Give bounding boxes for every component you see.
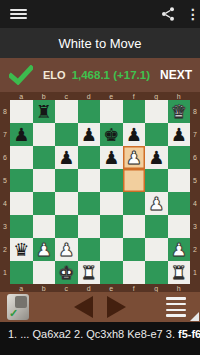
black-pawn-e6: ♟ <box>103 146 119 169</box>
black-queen-a2: ♛ <box>13 238 29 261</box>
square-e7[interactable]: ♚ <box>100 123 123 146</box>
square-b3[interactable] <box>33 215 56 238</box>
square-g7[interactable] <box>145 123 168 146</box>
title-bar: White to Move <box>0 28 200 58</box>
square-f3[interactable] <box>123 215 146 238</box>
square-a5[interactable] <box>10 169 33 192</box>
white-king-c1: ♚ <box>58 261 74 284</box>
white-pawn-f6: ♟ <box>126 146 142 169</box>
rank-label-3: 3 <box>0 215 10 238</box>
white-pawn-h2: ♟ <box>171 238 187 261</box>
square-b1[interactable] <box>33 261 56 284</box>
elo-rating: 1,468.1 (+17.1) <box>72 69 150 81</box>
square-g1[interactable] <box>145 261 168 284</box>
white-rook-h1: ♜ <box>171 261 187 284</box>
square-c1[interactable]: ♚ <box>55 261 78 284</box>
black-pawn-c6: ♟ <box>58 146 74 169</box>
square-a7[interactable]: ♟ <box>10 123 33 146</box>
square-g2[interactable] <box>145 238 168 261</box>
square-f2[interactable] <box>123 238 146 261</box>
square-g8[interactable] <box>145 100 168 123</box>
square-c8[interactable] <box>55 100 78 123</box>
black-pawn-f7: ♟ <box>126 123 142 146</box>
chess-board[interactable]: ♜♛♟♟♚♟♟♟♟♟♟♟♛♟♟♟♚♜♜ <box>10 100 190 284</box>
square-e5[interactable] <box>100 169 123 192</box>
rank-label-7: 7 <box>0 123 10 146</box>
rank-label-2: 2 <box>0 238 10 261</box>
next-move-button[interactable] <box>107 296 126 318</box>
rank-label-6: 6 <box>0 146 10 169</box>
elo-label: ELO <box>43 69 66 81</box>
square-b2[interactable]: ♟ <box>33 238 56 261</box>
rank-label-4: 4 <box>190 192 200 215</box>
square-f4[interactable] <box>123 192 146 215</box>
square-a1[interactable] <box>10 261 33 284</box>
square-e6[interactable]: ♟ <box>100 146 123 169</box>
square-h1[interactable]: ♜ <box>168 261 191 284</box>
square-c7[interactable] <box>55 123 78 146</box>
rank-label-8: 8 <box>0 100 10 123</box>
white-queen-h8: ♛ <box>171 100 187 123</box>
square-c4[interactable] <box>55 192 78 215</box>
square-f1[interactable] <box>123 261 146 284</box>
white-pawn-c2: ♟ <box>58 238 74 261</box>
square-h2[interactable]: ♟ <box>168 238 191 261</box>
square-g6[interactable]: ♟ <box>145 146 168 169</box>
square-a6[interactable] <box>10 146 33 169</box>
move-list-icon[interactable] <box>166 297 186 317</box>
square-d6[interactable] <box>78 146 101 169</box>
square-g3[interactable] <box>145 215 168 238</box>
square-g5[interactable] <box>145 169 168 192</box>
app-screen: ⋮ White to Move ELO 1,468.1 (+17.1) NEXT… <box>0 0 200 355</box>
square-h4[interactable] <box>168 192 191 215</box>
rank-label-3: 3 <box>190 215 200 238</box>
square-b6[interactable] <box>33 146 56 169</box>
move-list: 1. ... Qa6xa2 2. Qc3xh8 Ke8-e7 3. f5-f6 <box>8 328 200 340</box>
square-e1[interactable] <box>100 261 123 284</box>
rank-label-7: 7 <box>190 123 200 146</box>
square-b5[interactable] <box>33 169 56 192</box>
previous-move-button[interactable] <box>74 296 93 318</box>
rank-label-1: 1 <box>190 261 200 284</box>
rank-label-2: 2 <box>190 238 200 261</box>
rank-label-5: 5 <box>190 169 200 192</box>
square-h5[interactable] <box>168 169 191 192</box>
square-e4[interactable] <box>100 192 123 215</box>
board-frame: abcdefgh abcdefgh 87654321 87654321 ♜♛♟♟… <box>0 92 200 292</box>
app-bar: ⋮ <box>0 0 200 28</box>
square-a2[interactable]: ♛ <box>10 238 33 261</box>
solved-checkmark-icon <box>9 65 33 85</box>
square-a8[interactable] <box>10 100 33 123</box>
square-f6[interactable]: ♟ <box>123 146 146 169</box>
black-rook-b8: ♜ <box>36 100 52 123</box>
white-pawn-g4: ♟ <box>148 192 164 215</box>
white-rook-d1: ♜ <box>81 261 97 284</box>
square-h6[interactable] <box>168 146 191 169</box>
rank-label-8: 8 <box>190 100 200 123</box>
black-pawn-a7: ♟ <box>13 123 29 146</box>
square-d8[interactable] <box>78 100 101 123</box>
square-h7[interactable]: ♟ <box>168 123 191 146</box>
move-list-panel: 1. ... Qa6xa2 2. Qc3xh8 Ke8-e7 3. f5-f6 <box>0 322 200 355</box>
square-d3[interactable] <box>78 215 101 238</box>
black-pawn-d7: ♟ <box>81 123 97 146</box>
square-c5[interactable] <box>55 169 78 192</box>
control-bar: ✓ <box>0 292 200 322</box>
square-d4[interactable] <box>78 192 101 215</box>
square-h3[interactable] <box>168 215 191 238</box>
kebab-menu-icon[interactable]: ⋮ <box>186 8 194 20</box>
square-c3[interactable] <box>55 215 78 238</box>
square-d7[interactable]: ♟ <box>78 123 101 146</box>
square-d5[interactable] <box>78 169 101 192</box>
rank-label-5: 5 <box>0 169 10 192</box>
last-move: f5-f6 <box>178 328 200 340</box>
status-bar: ELO 1,468.1 (+17.1) NEXT <box>0 58 200 92</box>
square-a4[interactable] <box>10 192 33 215</box>
square-c6[interactable]: ♟ <box>55 146 78 169</box>
square-e8[interactable] <box>100 100 123 123</box>
black-pawn-h7: ♟ <box>171 123 187 146</box>
page-title: White to Move <box>58 36 141 51</box>
share-icon[interactable] <box>160 6 176 22</box>
square-a3[interactable] <box>10 215 33 238</box>
square-f7[interactable]: ♟ <box>123 123 146 146</box>
next-button[interactable]: NEXT <box>160 68 192 82</box>
square-d2[interactable] <box>78 238 101 261</box>
rank-label-4: 4 <box>0 192 10 215</box>
white-pawn-b2: ♟ <box>36 238 52 261</box>
square-e2[interactable] <box>100 238 123 261</box>
square-d1[interactable]: ♜ <box>78 261 101 284</box>
square-e3[interactable] <box>100 215 123 238</box>
square-c2[interactable]: ♟ <box>55 238 78 261</box>
square-b4[interactable] <box>33 192 56 215</box>
square-f5[interactable] <box>123 169 146 192</box>
square-f8[interactable] <box>123 100 146 123</box>
square-g4[interactable]: ♟ <box>145 192 168 215</box>
expand-handle-icon[interactable] <box>190 312 199 321</box>
square-b7[interactable] <box>33 123 56 146</box>
rank-label-6: 6 <box>190 146 200 169</box>
black-king-e7: ♚ <box>103 123 119 146</box>
black-pawn-g6: ♟ <box>148 146 164 169</box>
square-b8[interactable]: ♜ <box>33 100 56 123</box>
square-h8[interactable]: ♛ <box>168 100 191 123</box>
hamburger-menu-icon[interactable] <box>10 9 27 20</box>
rank-label-1: 1 <box>0 261 10 284</box>
